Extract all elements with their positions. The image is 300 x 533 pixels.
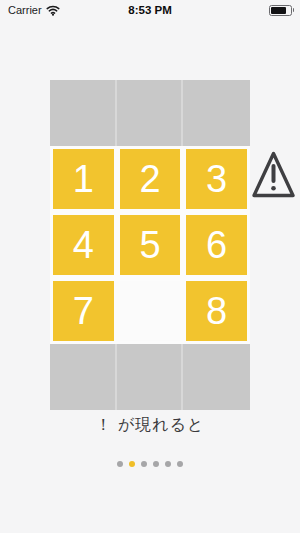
status-bar: Carrier 8:53 PM: [0, 0, 300, 20]
puzzle-board: 1 2 3 4 5 6 7 8: [50, 80, 250, 410]
tile-4[interactable]: 4: [53, 215, 114, 275]
tile-8[interactable]: 8: [186, 281, 247, 341]
buffer-cell: [117, 80, 184, 146]
buffer-cell: [50, 344, 117, 410]
carousel-dot[interactable]: [117, 461, 123, 467]
carousel-dot[interactable]: [141, 461, 147, 467]
tile-1[interactable]: 1: [53, 149, 114, 209]
buffer-cell: [183, 344, 250, 410]
tile-3[interactable]: 3: [186, 149, 247, 209]
page-indicator: [0, 461, 300, 467]
battery-icon: [269, 5, 292, 16]
buffer-cell: [183, 80, 250, 146]
tile-6[interactable]: 6: [186, 215, 247, 275]
battery-nub: [293, 8, 295, 12]
carousel-dot-active[interactable]: [129, 461, 135, 467]
clock: 8:53 PM: [0, 0, 300, 20]
tile-7[interactable]: 7: [53, 281, 114, 341]
caption-text: ！ が現れると: [0, 416, 300, 434]
tile-5[interactable]: 5: [120, 215, 181, 275]
carousel-dot[interactable]: [165, 461, 171, 467]
buffer-cell: [117, 344, 184, 410]
buffer-cell: [50, 80, 117, 146]
empty-cell: [120, 281, 181, 341]
carousel-dot[interactable]: [153, 461, 159, 467]
carousel-dot[interactable]: [177, 461, 183, 467]
warning-triangle-icon: [251, 150, 296, 202]
tile-2[interactable]: 2: [120, 149, 181, 209]
